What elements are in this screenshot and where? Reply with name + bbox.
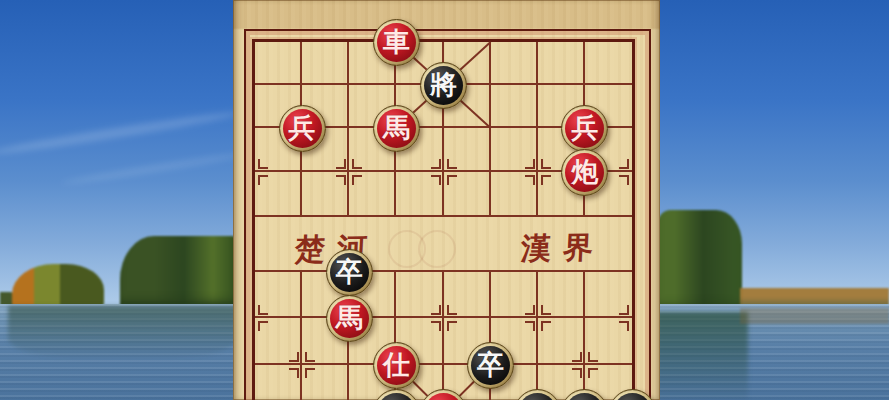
red-advisor-piece[interactable]: 仕 — [373, 342, 420, 389]
piece-disc — [613, 393, 652, 400]
grid-cell — [255, 172, 302, 217]
trees-right — [656, 210, 742, 313]
grid-cell — [255, 42, 302, 85]
grid-cell — [538, 42, 585, 85]
piece-disc: 將 — [424, 66, 463, 105]
red-cannon-piece[interactable]: 炮 — [561, 149, 608, 196]
piece-disc: 兵 — [283, 109, 322, 148]
grid-cell — [538, 318, 585, 365]
grid-cell — [255, 365, 302, 400]
tree-reflection-left — [8, 306, 238, 360]
piece-glyph: 卒 — [336, 258, 363, 285]
grid-cell — [538, 272, 585, 318]
river-watermark — [418, 230, 456, 268]
grid-cell — [396, 172, 443, 217]
grid-cell — [491, 42, 538, 85]
piece-disc: 馬 — [377, 109, 416, 148]
tree-reflection-far-right — [740, 308, 889, 324]
grid-cell — [302, 172, 349, 217]
piece-disc — [377, 393, 416, 400]
piece-disc: 卒 — [330, 253, 369, 292]
grid-cell — [349, 172, 396, 217]
piece-disc: 卒 — [471, 346, 510, 385]
grid-cell — [302, 42, 349, 85]
grid-cell — [585, 272, 632, 318]
black-soldier-piece[interactable]: 卒 — [467, 342, 514, 389]
tree-reflection-right — [656, 312, 748, 400]
red-soldier-piece[interactable]: 兵 — [561, 105, 608, 152]
piece-disc — [565, 393, 604, 400]
piece-disc — [424, 393, 463, 400]
piece-glyph: 仕 — [383, 351, 410, 378]
tree-island-left — [12, 264, 104, 308]
grid-cell — [491, 172, 538, 217]
piece-disc — [518, 393, 557, 400]
treeline-left — [120, 236, 236, 306]
grid-cell — [444, 172, 491, 217]
red-horse-piece[interactable]: 馬 — [373, 105, 420, 152]
xiangqi-board-panel: 楚河 漢界 車將兵馬兵炮卒馬仕卒 — [233, 0, 660, 400]
piece-disc: 仕 — [377, 346, 416, 385]
piece-glyph: 將 — [430, 71, 457, 98]
grid-cell — [491, 128, 538, 172]
piece-glyph: 卒 — [477, 351, 504, 378]
river-label-right: 漢界 — [486, 230, 628, 266]
red-horse-piece[interactable]: 馬 — [326, 295, 373, 342]
grid-cell — [444, 272, 491, 318]
piece-disc: 兵 — [565, 109, 604, 148]
grid-cell — [302, 365, 349, 400]
grid-cell — [255, 318, 302, 365]
black-soldier-piece[interactable]: 卒 — [326, 249, 373, 296]
grid-cell — [585, 318, 632, 365]
black-general-piece[interactable]: 將 — [420, 62, 467, 109]
grid-cell — [585, 42, 632, 85]
grid-cell — [491, 272, 538, 318]
grid-cell — [444, 128, 491, 172]
grid-cell — [255, 272, 302, 318]
grid-cell — [396, 272, 443, 318]
red-soldier-piece[interactable]: 兵 — [279, 105, 326, 152]
piece-glyph: 馬 — [383, 114, 410, 141]
grid-cell — [491, 85, 538, 128]
red-chariot-piece[interactable]: 車 — [373, 19, 420, 66]
piece-disc: 車 — [377, 23, 416, 62]
piece-glyph: 馬 — [336, 304, 363, 331]
piece-glyph: 兵 — [289, 114, 316, 141]
piece-disc: 炮 — [565, 153, 604, 192]
piece-glyph: 車 — [383, 28, 410, 55]
piece-glyph: 炮 — [571, 158, 598, 185]
piece-disc: 馬 — [330, 299, 369, 338]
piece-glyph: 兵 — [571, 114, 598, 141]
